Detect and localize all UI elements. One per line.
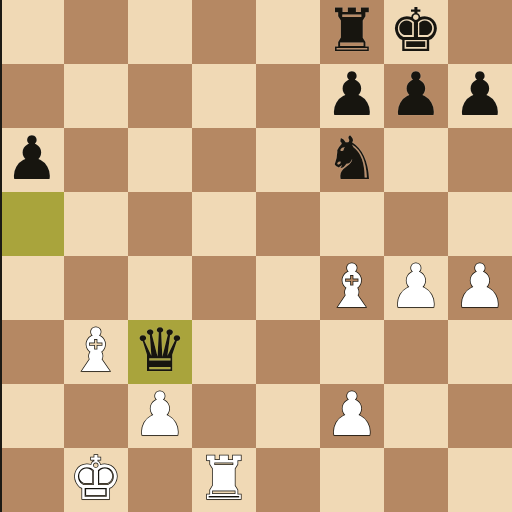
square-b2[interactable] xyxy=(64,384,128,448)
piece-black-pawn[interactable]: ♟ xyxy=(389,64,443,124)
square-h2[interactable] xyxy=(448,384,512,448)
square-d5[interactable] xyxy=(192,192,256,256)
square-d3[interactable] xyxy=(192,320,256,384)
square-a3[interactable] xyxy=(0,320,64,384)
square-c3[interactable]: ♛ xyxy=(128,320,192,384)
square-e1[interactable] xyxy=(256,448,320,512)
square-h8[interactable] xyxy=(448,0,512,64)
square-e5[interactable] xyxy=(256,192,320,256)
square-e2[interactable] xyxy=(256,384,320,448)
square-c1[interactable] xyxy=(128,448,192,512)
square-c4[interactable] xyxy=(128,256,192,320)
square-f7[interactable]: ♟ xyxy=(320,64,384,128)
piece-white-pawn[interactable]: ♟ xyxy=(133,384,187,444)
piece-white-pawn[interactable]: ♟ xyxy=(389,256,443,316)
square-c6[interactable] xyxy=(128,128,192,192)
square-b1[interactable]: ♚ xyxy=(64,448,128,512)
square-b4[interactable] xyxy=(64,256,128,320)
square-h7[interactable]: ♟ xyxy=(448,64,512,128)
square-d6[interactable] xyxy=(192,128,256,192)
square-c2[interactable]: ♟ xyxy=(128,384,192,448)
square-b6[interactable] xyxy=(64,128,128,192)
square-f5[interactable] xyxy=(320,192,384,256)
square-f2[interactable]: ♟ xyxy=(320,384,384,448)
square-a2[interactable] xyxy=(0,384,64,448)
square-a1[interactable] xyxy=(0,448,64,512)
square-f4[interactable]: ♝ xyxy=(320,256,384,320)
square-e8[interactable] xyxy=(256,0,320,64)
piece-white-pawn[interactable]: ♟ xyxy=(453,256,507,316)
square-d8[interactable] xyxy=(192,0,256,64)
piece-black-pawn[interactable]: ♟ xyxy=(325,64,379,124)
piece-black-pawn[interactable]: ♟ xyxy=(5,128,59,188)
square-c7[interactable] xyxy=(128,64,192,128)
piece-white-rook[interactable]: ♜ xyxy=(197,448,251,508)
square-g6[interactable] xyxy=(384,128,448,192)
square-e6[interactable] xyxy=(256,128,320,192)
square-d7[interactable] xyxy=(192,64,256,128)
square-d2[interactable] xyxy=(192,384,256,448)
square-h6[interactable] xyxy=(448,128,512,192)
square-g3[interactable] xyxy=(384,320,448,384)
square-g4[interactable]: ♟ xyxy=(384,256,448,320)
square-a5[interactable] xyxy=(0,192,64,256)
square-g7[interactable]: ♟ xyxy=(384,64,448,128)
square-f1[interactable] xyxy=(320,448,384,512)
square-b3[interactable]: ♝ xyxy=(64,320,128,384)
square-g2[interactable] xyxy=(384,384,448,448)
square-e4[interactable] xyxy=(256,256,320,320)
piece-black-king[interactable]: ♚ xyxy=(389,0,443,60)
square-h5[interactable] xyxy=(448,192,512,256)
square-e7[interactable] xyxy=(256,64,320,128)
square-d4[interactable] xyxy=(192,256,256,320)
square-f3[interactable] xyxy=(320,320,384,384)
square-a7[interactable] xyxy=(0,64,64,128)
square-b5[interactable] xyxy=(64,192,128,256)
square-d1[interactable]: ♜ xyxy=(192,448,256,512)
piece-black-queen[interactable]: ♛ xyxy=(133,320,187,380)
square-a4[interactable] xyxy=(0,256,64,320)
square-f6[interactable]: ♞ xyxy=(320,128,384,192)
piece-black-pawn[interactable]: ♟ xyxy=(453,64,507,124)
square-g8[interactable]: ♚ xyxy=(384,0,448,64)
piece-white-bishop[interactable]: ♝ xyxy=(69,320,123,380)
square-c5[interactable] xyxy=(128,192,192,256)
piece-white-bishop[interactable]: ♝ xyxy=(325,256,379,316)
square-b7[interactable] xyxy=(64,64,128,128)
square-h1[interactable] xyxy=(448,448,512,512)
square-h4[interactable]: ♟ xyxy=(448,256,512,320)
square-b8[interactable] xyxy=(64,0,128,64)
square-g5[interactable] xyxy=(384,192,448,256)
piece-white-king[interactable]: ♚ xyxy=(69,448,123,508)
square-h3[interactable] xyxy=(448,320,512,384)
chess-board: ♜♚♟♟♟♟♞♝♟♟♝♛♟♟♚♜ xyxy=(0,0,512,512)
square-g1[interactable] xyxy=(384,448,448,512)
piece-white-pawn[interactable]: ♟ xyxy=(325,384,379,444)
square-c8[interactable] xyxy=(128,0,192,64)
square-a8[interactable] xyxy=(0,0,64,64)
piece-black-knight[interactable]: ♞ xyxy=(325,128,379,188)
square-f8[interactable]: ♜ xyxy=(320,0,384,64)
square-e3[interactable] xyxy=(256,320,320,384)
square-a6[interactable]: ♟ xyxy=(0,128,64,192)
piece-black-rook[interactable]: ♜ xyxy=(325,0,379,60)
